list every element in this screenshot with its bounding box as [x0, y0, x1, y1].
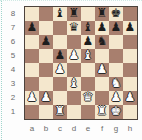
file-label-d: d — [67, 123, 81, 135]
square-f4[interactable]: ♟ — [95, 63, 109, 77]
square-d2[interactable] — [67, 91, 81, 105]
square-g1[interactable]: ♚ — [109, 105, 123, 119]
square-f1[interactable]: ♜ — [95, 105, 109, 119]
piece-white-pawn: ♟ — [25, 91, 39, 105]
square-a4[interactable] — [25, 63, 39, 77]
square-h6[interactable] — [123, 35, 137, 49]
square-f8[interactable]: ♜ — [95, 7, 109, 21]
square-c4[interactable]: ♟ — [53, 63, 67, 77]
square-g2[interactable]: ♟ — [109, 91, 123, 105]
piece-black-rook: ♜ — [95, 7, 109, 21]
square-e5[interactable]: ♝ — [81, 49, 95, 63]
square-e6[interactable]: ♟ — [81, 35, 95, 49]
square-d8[interactable]: ♜ — [67, 7, 81, 21]
chess-board-wrap: ♝♜♜♚♟♛♝♟♟♟♟♟♞♟♟♝♟♟♝♞♟♟♛♟♟♜♜♚ — [24, 6, 138, 120]
square-f3[interactable] — [95, 77, 109, 91]
piece-black-pawn: ♟ — [53, 49, 67, 63]
square-h3[interactable] — [123, 77, 137, 91]
square-c7[interactable] — [53, 21, 67, 35]
square-e4[interactable] — [81, 63, 95, 77]
square-d6[interactable] — [67, 35, 81, 49]
square-h2[interactable]: ♟ — [123, 91, 137, 105]
piece-white-knight: ♞ — [109, 77, 123, 91]
square-h1[interactable] — [123, 105, 137, 119]
square-g6[interactable] — [109, 35, 123, 49]
square-d5[interactable]: ♟ — [67, 49, 81, 63]
page-edge-dotted-top — [0, 0, 142, 1]
piece-white-king: ♚ — [109, 105, 123, 119]
square-a6[interactable] — [25, 35, 39, 49]
square-c1[interactable]: ♜ — [53, 105, 67, 119]
square-h4[interactable] — [123, 63, 137, 77]
square-g8[interactable]: ♚ — [109, 7, 123, 21]
rank-label-6: 6 — [6, 35, 20, 49]
square-b8[interactable] — [39, 7, 53, 21]
square-c3[interactable] — [53, 77, 67, 91]
square-f6[interactable]: ♞ — [95, 35, 109, 49]
square-a5[interactable] — [25, 49, 39, 63]
square-a3[interactable] — [25, 77, 39, 91]
square-e2[interactable]: ♛ — [81, 91, 95, 105]
file-label-b: b — [39, 123, 53, 135]
square-b3[interactable] — [39, 77, 53, 91]
file-labels: abcdefgh — [25, 123, 137, 135]
square-b2[interactable]: ♟ — [39, 91, 53, 105]
piece-white-bishop: ♝ — [81, 49, 95, 63]
rank-label-8: 8 — [6, 7, 20, 21]
file-label-a: a — [25, 123, 39, 135]
square-a1[interactable] — [25, 105, 39, 119]
square-c5[interactable]: ♟ — [53, 49, 67, 63]
rank-label-5: 5 — [6, 49, 20, 63]
square-f7[interactable]: ♟ — [95, 21, 109, 35]
rank-label-3: 3 — [6, 77, 20, 91]
file-label-h: h — [123, 123, 137, 135]
square-d1[interactable] — [67, 105, 81, 119]
piece-white-pawn: ♟ — [67, 49, 81, 63]
piece-white-pawn: ♟ — [123, 91, 137, 105]
square-c6[interactable] — [53, 35, 67, 49]
square-g5[interactable] — [109, 49, 123, 63]
file-label-c: c — [53, 123, 67, 135]
rank-label-1: 1 — [6, 105, 20, 119]
piece-black-knight: ♞ — [95, 35, 109, 49]
piece-black-pawn: ♟ — [95, 21, 109, 35]
rank-labels: 87654321 — [6, 7, 20, 119]
square-b1[interactable] — [39, 105, 53, 119]
chess-board: ♝♜♜♚♟♛♝♟♟♟♟♟♞♟♟♝♟♟♝♞♟♟♛♟♟♜♜♚ — [24, 6, 138, 120]
square-c8[interactable]: ♝ — [53, 7, 67, 21]
square-h7[interactable]: ♟ — [123, 21, 137, 35]
square-c2[interactable] — [53, 91, 67, 105]
square-b7[interactable] — [39, 21, 53, 35]
rank-label-4: 4 — [6, 63, 20, 77]
piece-black-pawn: ♟ — [39, 35, 53, 49]
square-a7[interactable]: ♟ — [25, 21, 39, 35]
piece-white-pawn: ♟ — [53, 63, 67, 77]
square-b4[interactable] — [39, 63, 53, 77]
square-g3[interactable]: ♞ — [109, 77, 123, 91]
page-edge-dotted-left — [1, 0, 2, 140]
square-b5[interactable] — [39, 49, 53, 63]
square-h8[interactable] — [123, 7, 137, 21]
square-g7[interactable]: ♟ — [109, 21, 123, 35]
square-d7[interactable]: ♛ — [67, 21, 81, 35]
file-label-e: e — [81, 123, 95, 135]
piece-white-queen: ♛ — [81, 91, 95, 105]
piece-white-pawn: ♟ — [39, 91, 53, 105]
piece-white-bishop: ♝ — [67, 77, 81, 91]
piece-white-pawn: ♟ — [95, 63, 109, 77]
square-f2[interactable] — [95, 91, 109, 105]
piece-black-pawn: ♟ — [25, 21, 39, 35]
square-e3[interactable] — [81, 77, 95, 91]
piece-black-pawn: ♟ — [123, 21, 137, 35]
rank-label-2: 2 — [6, 91, 20, 105]
square-e1[interactable] — [81, 105, 95, 119]
piece-black-bishop: ♝ — [81, 21, 95, 35]
square-e7[interactable]: ♝ — [81, 21, 95, 35]
piece-black-rook: ♜ — [67, 7, 81, 21]
piece-black-pawn: ♟ — [109, 21, 123, 35]
square-b6[interactable]: ♟ — [39, 35, 53, 49]
rank-label-7: 7 — [6, 21, 20, 35]
square-a2[interactable]: ♟ — [25, 91, 39, 105]
square-e8[interactable] — [81, 7, 95, 21]
square-d4[interactable] — [67, 63, 81, 77]
file-label-f: f — [95, 123, 109, 135]
file-label-g: g — [109, 123, 123, 135]
square-g4[interactable] — [109, 63, 123, 77]
piece-black-bishop: ♝ — [53, 7, 67, 21]
square-f5[interactable] — [95, 49, 109, 63]
piece-white-rook: ♜ — [53, 105, 67, 119]
piece-black-queen: ♛ — [67, 21, 81, 35]
square-h5[interactable] — [123, 49, 137, 63]
square-a8[interactable] — [25, 7, 39, 21]
square-d3[interactable]: ♝ — [67, 77, 81, 91]
piece-white-rook: ♜ — [95, 105, 109, 119]
piece-white-pawn: ♟ — [109, 91, 123, 105]
piece-black-pawn: ♟ — [81, 35, 95, 49]
piece-black-king: ♚ — [109, 7, 123, 21]
